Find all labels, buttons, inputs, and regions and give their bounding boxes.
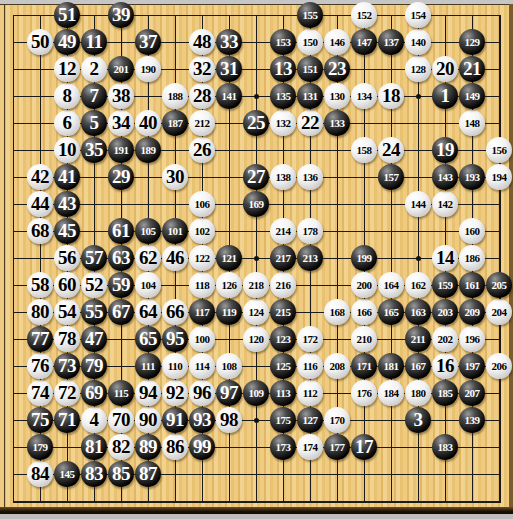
stone-122[interactable]: 122: [189, 245, 215, 271]
stone-60[interactable]: 60: [54, 272, 80, 298]
stone-216[interactable]: 216: [270, 272, 296, 298]
stone-30[interactable]: 30: [162, 164, 188, 190]
stone-114[interactable]: 114: [189, 353, 215, 379]
stone-81[interactable]: 81: [81, 434, 107, 460]
stone-159[interactable]: 159: [432, 272, 458, 298]
stone-68[interactable]: 68: [27, 218, 53, 244]
stone-163[interactable]: 163: [405, 299, 431, 325]
stone-21[interactable]: 21: [459, 56, 485, 82]
stone-130[interactable]: 130: [324, 83, 350, 109]
stone-58[interactable]: 58: [27, 272, 53, 298]
stone-208[interactable]: 208: [324, 353, 350, 379]
stone-98[interactable]: 98: [216, 407, 242, 433]
stone-120[interactable]: 120: [243, 326, 269, 352]
stone-27[interactable]: 27: [243, 164, 269, 190]
stone-26[interactable]: 26: [189, 137, 215, 163]
stone-136[interactable]: 136: [297, 164, 323, 190]
stone-56[interactable]: 56: [54, 245, 80, 271]
stone-121[interactable]: 121: [216, 245, 242, 271]
stone-152[interactable]: 152: [351, 2, 377, 28]
stone-164[interactable]: 164: [378, 272, 404, 298]
stone-197[interactable]: 197: [459, 353, 485, 379]
stone-128[interactable]: 128: [405, 56, 431, 82]
stone-148[interactable]: 148: [459, 110, 485, 136]
stone-203[interactable]: 203: [432, 299, 458, 325]
stone-191[interactable]: 191: [108, 137, 134, 163]
stone-23[interactable]: 23: [324, 56, 350, 82]
stone-28[interactable]: 28: [189, 83, 215, 109]
stone-168[interactable]: 168: [324, 299, 350, 325]
stone-17[interactable]: 17: [351, 434, 377, 460]
stone-18[interactable]: 18: [378, 83, 404, 109]
stone-206[interactable]: 206: [486, 353, 512, 379]
stone-41[interactable]: 41: [54, 164, 80, 190]
stone-180[interactable]: 180: [405, 380, 431, 406]
board-right-edge: [509, 4, 513, 508]
stone-59[interactable]: 59: [108, 272, 134, 298]
stone-165[interactable]: 165: [378, 299, 404, 325]
stone-102[interactable]: 102: [189, 218, 215, 244]
stone-119[interactable]: 119: [216, 299, 242, 325]
stone-101[interactable]: 101: [162, 218, 188, 244]
stone-153[interactable]: 153: [270, 29, 296, 55]
stone-29[interactable]: 29: [108, 164, 134, 190]
stone-113[interactable]: 113: [270, 380, 296, 406]
stone-127[interactable]: 127: [297, 407, 323, 433]
grid-line-vertical: [499, 15, 501, 503]
star-point: [416, 256, 421, 261]
stone-84[interactable]: 84: [27, 461, 53, 487]
star-point: [254, 418, 259, 423]
stone-132[interactable]: 132: [270, 110, 296, 136]
stone-201[interactable]: 201: [108, 56, 134, 82]
stone-134[interactable]: 134: [351, 83, 377, 109]
stone-106[interactable]: 106: [189, 191, 215, 217]
stone-14[interactable]: 14: [432, 245, 458, 271]
stone-137[interactable]: 137: [378, 29, 404, 55]
stone-83[interactable]: 83: [81, 461, 107, 487]
stone-79[interactable]: 79: [81, 353, 107, 379]
stone-215[interactable]: 215: [270, 299, 296, 325]
stone-63[interactable]: 63: [108, 245, 134, 271]
stone-104[interactable]: 104: [135, 272, 161, 298]
stone-49[interactable]: 49: [54, 29, 80, 55]
stone-108[interactable]: 108: [216, 353, 242, 379]
stone-78[interactable]: 78: [54, 326, 80, 352]
board-bottom-edge: [0, 507, 513, 514]
stone-178[interactable]: 178: [297, 218, 323, 244]
stone-179[interactable]: 179: [27, 434, 53, 460]
stone-210[interactable]: 210: [351, 326, 377, 352]
stone-39[interactable]: 39: [108, 2, 134, 28]
stone-50[interactable]: 50: [27, 29, 53, 55]
stone-118[interactable]: 118: [189, 272, 215, 298]
stone-126[interactable]: 126: [216, 272, 242, 298]
stone-55[interactable]: 55: [81, 299, 107, 325]
stone-44[interactable]: 44: [27, 191, 53, 217]
stone-71[interactable]: 71: [54, 407, 80, 433]
stone-110[interactable]: 110: [162, 353, 188, 379]
stone-141[interactable]: 141: [216, 83, 242, 109]
stone-48[interactable]: 48: [189, 29, 215, 55]
stone-77[interactable]: 77: [27, 326, 53, 352]
stone-189[interactable]: 189: [135, 137, 161, 163]
stone-111[interactable]: 111: [135, 353, 161, 379]
stone-80[interactable]: 80: [27, 299, 53, 325]
stone-73[interactable]: 73: [54, 353, 80, 379]
stone-167[interactable]: 167: [405, 353, 431, 379]
stone-139[interactable]: 139: [459, 407, 485, 433]
stone-211[interactable]: 211: [405, 326, 431, 352]
stone-86[interactable]: 86: [162, 434, 188, 460]
stone-85[interactable]: 85: [108, 461, 134, 487]
stone-187[interactable]: 187: [162, 110, 188, 136]
stone-149[interactable]: 149: [459, 83, 485, 109]
stone-188[interactable]: 188: [162, 83, 188, 109]
stone-35[interactable]: 35: [81, 137, 107, 163]
stone-105[interactable]: 105: [135, 218, 161, 244]
stone-145[interactable]: 145: [54, 461, 80, 487]
stone-115[interactable]: 115: [108, 380, 134, 406]
stone-20[interactable]: 20: [432, 56, 458, 82]
stone-75[interactable]: 75: [27, 407, 53, 433]
stone-34[interactable]: 34: [108, 110, 134, 136]
bottom-margin-strip: [0, 514, 513, 519]
stone-91[interactable]: 91: [162, 407, 188, 433]
stone-154[interactable]: 154: [405, 2, 431, 28]
stone-22[interactable]: 22: [297, 110, 323, 136]
stone-32[interactable]: 32: [189, 56, 215, 82]
stone-123[interactable]: 123: [270, 326, 296, 352]
stone-138[interactable]: 138: [270, 164, 296, 190]
stone-24[interactable]: 24: [378, 137, 404, 163]
stone-89[interactable]: 89: [135, 434, 161, 460]
stone-8[interactable]: 8: [54, 83, 80, 109]
stone-109[interactable]: 109: [243, 380, 269, 406]
stone-200[interactable]: 200: [351, 272, 377, 298]
stone-173[interactable]: 173: [270, 434, 296, 460]
stone-3[interactable]: 3: [405, 407, 431, 433]
stone-116[interactable]: 116: [297, 353, 323, 379]
stone-199[interactable]: 199: [351, 245, 377, 271]
stone-181[interactable]: 181: [378, 353, 404, 379]
stone-42[interactable]: 42: [27, 164, 53, 190]
grid-line-horizontal: [13, 231, 501, 232]
stone-57[interactable]: 57: [81, 245, 107, 271]
stone-150[interactable]: 150: [297, 29, 323, 55]
stone-202[interactable]: 202: [432, 326, 458, 352]
stone-37[interactable]: 37: [135, 29, 161, 55]
stone-6[interactable]: 6: [54, 110, 80, 136]
stone-135[interactable]: 135: [270, 83, 296, 109]
stone-161[interactable]: 161: [459, 272, 485, 298]
stone-96[interactable]: 96: [189, 380, 215, 406]
stone-158[interactable]: 158: [351, 137, 377, 163]
stone-99[interactable]: 99: [189, 434, 215, 460]
stone-155[interactable]: 155: [297, 2, 323, 28]
stone-172[interactable]: 172: [297, 326, 323, 352]
stone-66[interactable]: 66: [162, 299, 188, 325]
stone-2[interactable]: 2: [81, 56, 107, 82]
stone-38[interactable]: 38: [108, 83, 134, 109]
grid-line-horizontal: [13, 501, 501, 503]
stone-140[interactable]: 140: [405, 29, 431, 55]
stone-13[interactable]: 13: [270, 56, 296, 82]
star-point: [254, 256, 259, 261]
stone-67[interactable]: 67: [108, 299, 134, 325]
stone-70[interactable]: 70: [108, 407, 134, 433]
stone-169[interactable]: 169: [243, 191, 269, 217]
stone-25[interactable]: 25: [243, 110, 269, 136]
stone-133[interactable]: 133: [324, 110, 350, 136]
stone-11[interactable]: 11: [81, 29, 107, 55]
stone-129[interactable]: 129: [459, 29, 485, 55]
stone-61[interactable]: 61: [108, 218, 134, 244]
stone-144[interactable]: 144: [405, 191, 431, 217]
stone-95[interactable]: 95: [162, 326, 188, 352]
stone-92[interactable]: 92: [162, 380, 188, 406]
stone-51[interactable]: 51: [54, 2, 80, 28]
stone-16[interactable]: 16: [432, 353, 458, 379]
stone-112[interactable]: 112: [297, 380, 323, 406]
stone-218[interactable]: 218: [243, 272, 269, 298]
stone-124[interactable]: 124: [243, 299, 269, 325]
stone-90[interactable]: 90: [135, 407, 161, 433]
stone-12[interactable]: 12: [54, 56, 80, 82]
stone-31[interactable]: 31: [216, 56, 242, 82]
stone-175[interactable]: 175: [270, 407, 296, 433]
stone-157[interactable]: 157: [378, 164, 404, 190]
stone-82[interactable]: 82: [108, 434, 134, 460]
stone-193[interactable]: 193: [459, 164, 485, 190]
stone-213[interactable]: 213: [297, 245, 323, 271]
stone-194[interactable]: 194: [486, 164, 512, 190]
stone-212[interactable]: 212: [189, 110, 215, 136]
stone-65[interactable]: 65: [135, 326, 161, 352]
stone-87[interactable]: 87: [135, 461, 161, 487]
stone-184[interactable]: 184: [378, 380, 404, 406]
stone-76[interactable]: 76: [27, 353, 53, 379]
stone-204[interactable]: 204: [486, 299, 512, 325]
stone-170[interactable]: 170: [324, 407, 350, 433]
stone-47[interactable]: 47: [81, 326, 107, 352]
stone-19[interactable]: 19: [432, 137, 458, 163]
stone-125[interactable]: 125: [270, 353, 296, 379]
stone-214[interactable]: 214: [270, 218, 296, 244]
stone-43[interactable]: 43: [54, 191, 80, 217]
stone-156[interactable]: 156: [486, 137, 512, 163]
stone-5[interactable]: 5: [81, 110, 107, 136]
stone-177[interactable]: 177: [324, 434, 350, 460]
stone-196[interactable]: 196: [459, 326, 485, 352]
go-kifu-page: 1234567810111213141617181920212223242526…: [0, 0, 513, 519]
stone-186[interactable]: 186: [459, 245, 485, 271]
stone-142[interactable]: 142: [432, 191, 458, 217]
stone-33[interactable]: 33: [216, 29, 242, 55]
stone-64[interactable]: 64: [135, 299, 161, 325]
stone-209[interactable]: 209: [459, 299, 485, 325]
stone-74[interactable]: 74: [27, 380, 53, 406]
stone-72[interactable]: 72: [54, 380, 80, 406]
stone-62[interactable]: 62: [135, 245, 161, 271]
stone-52[interactable]: 52: [81, 272, 107, 298]
stone-10[interactable]: 10: [54, 137, 80, 163]
stone-147[interactable]: 147: [351, 29, 377, 55]
stone-94[interactable]: 94: [135, 380, 161, 406]
stone-160[interactable]: 160: [459, 218, 485, 244]
stone-93[interactable]: 93: [189, 407, 215, 433]
stone-46[interactable]: 46: [162, 245, 188, 271]
stone-185[interactable]: 185: [432, 380, 458, 406]
stone-54[interactable]: 54: [54, 299, 80, 325]
stone-146[interactable]: 146: [324, 29, 350, 55]
stone-183[interactable]: 183: [432, 434, 458, 460]
stone-117[interactable]: 117: [189, 299, 215, 325]
stone-171[interactable]: 171: [351, 353, 377, 379]
stone-205[interactable]: 205: [486, 272, 512, 298]
star-point: [416, 94, 421, 99]
stone-1[interactable]: 1: [432, 83, 458, 109]
stone-166[interactable]: 166: [351, 299, 377, 325]
stone-69[interactable]: 69: [81, 380, 107, 406]
stone-4[interactable]: 4: [81, 407, 107, 433]
stone-143[interactable]: 143: [432, 164, 458, 190]
star-point: [254, 94, 259, 99]
stone-7[interactable]: 7: [81, 83, 107, 109]
stone-217[interactable]: 217: [270, 245, 296, 271]
stone-100[interactable]: 100: [189, 326, 215, 352]
stone-162[interactable]: 162: [405, 272, 431, 298]
stone-174[interactable]: 174: [297, 434, 323, 460]
stone-131[interactable]: 131: [297, 83, 323, 109]
stone-45[interactable]: 45: [54, 218, 80, 244]
stone-190[interactable]: 190: [135, 56, 161, 82]
stone-176[interactable]: 176: [351, 380, 377, 406]
stone-97[interactable]: 97: [216, 380, 242, 406]
board-left-edge: [4, 4, 5, 508]
stone-40[interactable]: 40: [135, 110, 161, 136]
stone-207[interactable]: 207: [459, 380, 485, 406]
stone-151[interactable]: 151: [297, 56, 323, 82]
grid-line-vertical: [13, 15, 14, 503]
